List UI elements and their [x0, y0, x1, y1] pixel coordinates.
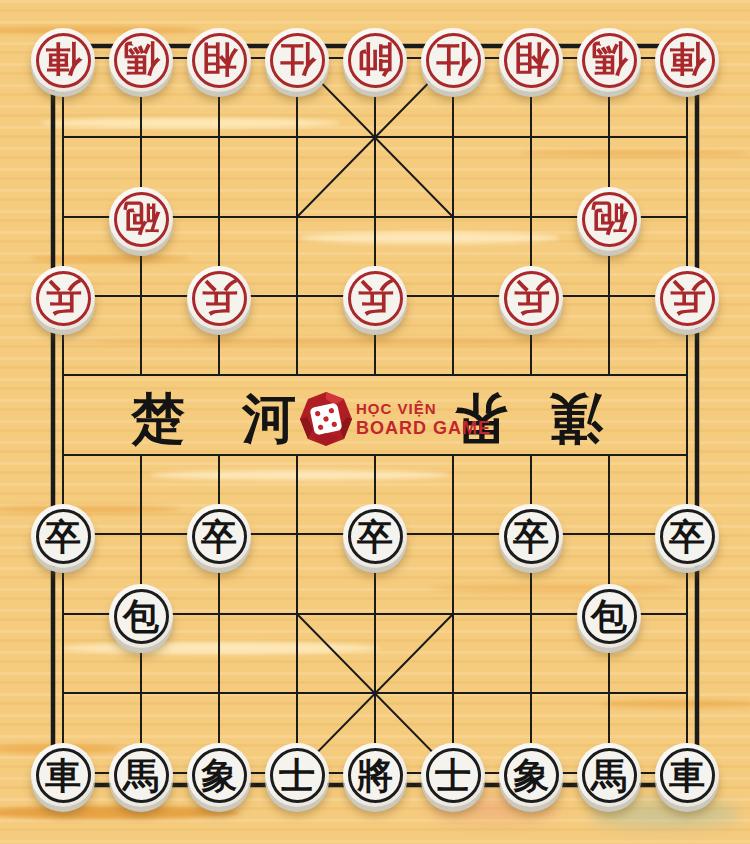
piece-black-soldier[interactable]: 卒	[187, 504, 251, 568]
piece-ring: 傌	[114, 33, 169, 88]
piece-ring: 俥	[36, 33, 91, 88]
piece-ring: 將	[348, 748, 403, 803]
piece-ring: 馬	[582, 748, 637, 803]
piece-glyph: 兵	[201, 280, 237, 316]
piece-black-chariot[interactable]: 車	[655, 743, 719, 807]
piece-glyph: 仕	[435, 42, 471, 78]
piece-glyph: 俥	[669, 42, 705, 78]
piece-ring: 帥	[348, 33, 403, 88]
piece-ring: 士	[270, 748, 325, 803]
piece-ring: 兵	[192, 271, 247, 326]
piece-glyph: 仕	[279, 42, 315, 78]
piece-glyph: 包	[123, 598, 159, 634]
logo-line2: BOARD GAME	[356, 419, 491, 437]
piece-ring: 卒	[36, 509, 91, 564]
piece-glyph: 馬	[123, 757, 159, 793]
piece-ring: 俥	[660, 33, 715, 88]
piece-ring: 卒	[660, 509, 715, 564]
piece-red-soldier[interactable]: 兵	[655, 266, 719, 330]
piece-black-elephant[interactable]: 象	[499, 743, 563, 807]
piece-black-horse[interactable]: 馬	[577, 743, 641, 807]
piece-glyph: 兵	[357, 280, 393, 316]
piece-black-soldier[interactable]: 卒	[655, 504, 719, 568]
river-text-he: 河	[237, 387, 301, 449]
piece-ring: 相	[192, 33, 247, 88]
piece-black-cannon[interactable]: 包	[109, 584, 173, 648]
piece-black-horse[interactable]: 馬	[109, 743, 173, 807]
piece-glyph: 士	[435, 757, 471, 793]
piece-glyph: 象	[201, 757, 237, 793]
piece-black-advisor[interactable]: 士	[421, 743, 485, 807]
piece-ring: 卒	[348, 509, 403, 564]
piece-ring: 兵	[504, 271, 559, 326]
piece-ring: 兵	[348, 271, 403, 326]
piece-glyph: 砲	[123, 201, 159, 237]
piece-glyph: 傌	[591, 42, 627, 78]
dice-gem-icon	[299, 391, 353, 447]
piece-glyph: 士	[279, 757, 315, 793]
piece-glyph: 兵	[45, 280, 81, 316]
piece-red-cannon[interactable]: 砲	[577, 187, 641, 251]
piece-ring: 象	[192, 748, 247, 803]
logo-line1: HỌC VIỆN	[356, 401, 491, 416]
piece-glyph: 俥	[45, 42, 81, 78]
piece-ring: 傌	[582, 33, 637, 88]
piece-glyph: 相	[513, 42, 549, 78]
piece-glyph: 卒	[45, 518, 81, 554]
piece-ring: 包	[582, 589, 637, 644]
piece-ring: 仕	[426, 33, 481, 88]
piece-glyph: 車	[669, 757, 705, 793]
piece-ring: 卒	[504, 509, 559, 564]
piece-ring: 兵	[36, 271, 91, 326]
piece-red-elephant[interactable]: 相	[499, 28, 563, 92]
piece-glyph: 象	[513, 757, 549, 793]
piece-red-horse[interactable]: 傌	[109, 28, 173, 92]
piece-black-chariot[interactable]: 車	[31, 743, 95, 807]
piece-ring: 相	[504, 33, 559, 88]
piece-glyph: 卒	[201, 518, 237, 554]
piece-ring: 包	[114, 589, 169, 644]
river-text-chu: 楚	[126, 387, 190, 449]
piece-black-advisor[interactable]: 士	[265, 743, 329, 807]
piece-red-soldier[interactable]: 兵	[343, 266, 407, 330]
piece-glyph: 兵	[513, 280, 549, 316]
piece-red-soldier[interactable]: 兵	[187, 266, 251, 330]
piece-red-soldier[interactable]: 兵	[499, 266, 563, 330]
piece-ring: 車	[36, 748, 91, 803]
piece-red-horse[interactable]: 傌	[577, 28, 641, 92]
piece-glyph: 將	[357, 757, 393, 793]
piece-glyph: 相	[201, 42, 237, 78]
piece-ring: 馬	[114, 748, 169, 803]
piece-glyph: 包	[591, 598, 627, 634]
piece-glyph: 傌	[123, 42, 159, 78]
piece-ring: 車	[660, 748, 715, 803]
piece-black-soldier[interactable]: 卒	[31, 504, 95, 568]
xiangqi-board: 楚 河 界 漢 HỌC VIỆN BOARD GAME 俥傌相仕帥仕相傌俥砲砲兵…	[0, 0, 750, 844]
piece-black-soldier[interactable]: 卒	[343, 504, 407, 568]
piece-glyph: 卒	[357, 518, 393, 554]
piece-black-elephant[interactable]: 象	[187, 743, 251, 807]
piece-black-general[interactable]: 將	[343, 743, 407, 807]
piece-red-advisor[interactable]: 仕	[421, 28, 485, 92]
watermark-logo: HỌC VIỆN BOARD GAME	[299, 391, 491, 447]
piece-red-soldier[interactable]: 兵	[31, 266, 95, 330]
piece-ring: 兵	[660, 271, 715, 326]
river-text-han: 漢	[544, 388, 608, 450]
piece-red-chariot[interactable]: 俥	[655, 28, 719, 92]
piece-ring: 砲	[114, 192, 169, 247]
piece-red-general[interactable]: 帥	[343, 28, 407, 92]
piece-red-elephant[interactable]: 相	[187, 28, 251, 92]
piece-glyph: 馬	[591, 757, 627, 793]
piece-glyph: 卒	[513, 518, 549, 554]
piece-glyph: 車	[45, 757, 81, 793]
piece-black-soldier[interactable]: 卒	[499, 504, 563, 568]
piece-ring: 仕	[270, 33, 325, 88]
piece-glyph: 砲	[591, 201, 627, 237]
piece-black-cannon[interactable]: 包	[577, 584, 641, 648]
piece-ring: 砲	[582, 192, 637, 247]
piece-glyph: 帥	[357, 42, 393, 78]
piece-red-advisor[interactable]: 仕	[265, 28, 329, 92]
piece-red-cannon[interactable]: 砲	[109, 187, 173, 251]
piece-glyph: 卒	[669, 518, 705, 554]
piece-ring: 象	[504, 748, 559, 803]
piece-red-chariot[interactable]: 俥	[31, 28, 95, 92]
piece-ring: 卒	[192, 509, 247, 564]
piece-glyph: 兵	[669, 280, 705, 316]
piece-ring: 士	[426, 748, 481, 803]
